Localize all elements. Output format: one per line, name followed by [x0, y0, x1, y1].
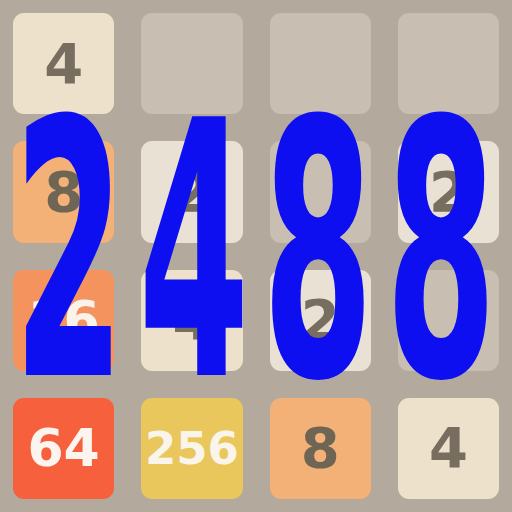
tile-256-r4c2: 256 — [141, 398, 242, 499]
tile-2-r3c3: 2 — [270, 270, 371, 371]
tile-value: 4 — [172, 292, 211, 348]
tile-8-r2c1: 8 — [13, 141, 114, 242]
empty-cell-r2c3 — [270, 141, 371, 242]
tile-4-r4c4: 4 — [398, 398, 499, 499]
tile-value: 2 — [172, 164, 211, 220]
empty-cell-r1c2 — [141, 13, 242, 114]
tile-2-r2c4: 2 — [398, 141, 499, 242]
tile-8-r4c3: 8 — [270, 398, 371, 499]
2048-game-screen: 482216426425684 2 4 8 8 — [0, 0, 512, 512]
tile-value: 64 — [27, 422, 99, 474]
tile-16-r3c1: 16 — [13, 270, 114, 371]
empty-cell-r1c3 — [270, 13, 371, 114]
tile-64-r4c1: 64 — [13, 398, 114, 499]
empty-cell-r1c4 — [398, 13, 499, 114]
empty-cell-r3c4 — [398, 270, 499, 371]
tile-value: 256 — [145, 426, 239, 471]
tile-value: 4 — [44, 36, 83, 92]
tile-4-r1c1: 4 — [13, 13, 114, 114]
tile-value: 4 — [429, 420, 468, 476]
2048-board[interactable]: 482216426425684 — [0, 0, 512, 512]
tile-value: 2 — [429, 164, 468, 220]
tile-4-r3c2: 4 — [141, 270, 242, 371]
tile-value: 2 — [301, 292, 340, 348]
tile-value: 16 — [27, 294, 99, 346]
tile-2-r2c2: 2 — [141, 141, 242, 242]
tile-value: 8 — [301, 420, 340, 476]
tile-value: 8 — [44, 164, 83, 220]
